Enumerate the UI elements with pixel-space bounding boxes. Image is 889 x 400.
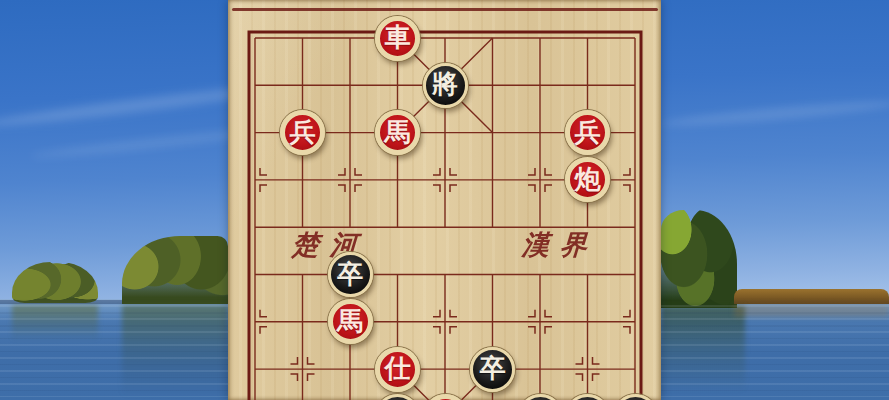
black-general[interactable]: 將 [423, 63, 468, 108]
piece-glyph: 馬 [385, 120, 411, 146]
piece-glyph: 車 [385, 25, 411, 51]
river-label-han-jie: 漢界 [521, 232, 598, 259]
piece-glyph: 馬 [337, 309, 363, 335]
black-soldier[interactable]: 卒 [470, 347, 515, 392]
distant-treeline-right [734, 289, 889, 304]
piece-glyph: 仕 [385, 356, 411, 382]
xiangqi-board[interactable]: 楚河 漢界 車將兵馬兵炮卒馬仕卒 [228, 0, 661, 400]
piece-glyph: 兵 [575, 120, 601, 146]
red-horse[interactable]: 馬 [375, 110, 420, 155]
screenshot-root: 楚河 漢界 車將兵馬兵炮卒馬仕卒 [0, 0, 889, 400]
red-horse[interactable]: 馬 [328, 299, 373, 344]
black-soldier[interactable]: 卒 [328, 252, 373, 297]
red-chariot[interactable]: 車 [375, 16, 420, 61]
piece-glyph: 兵 [290, 120, 316, 146]
red-advisor[interactable]: 仕 [375, 347, 420, 392]
red-soldier[interactable]: 兵 [280, 110, 325, 155]
piece-glyph: 炮 [575, 167, 601, 193]
red-soldier[interactable]: 兵 [565, 110, 610, 155]
piece-glyph: 卒 [480, 356, 506, 382]
piece-glyph: 卒 [337, 262, 363, 288]
piece-glyph: 將 [432, 72, 458, 98]
